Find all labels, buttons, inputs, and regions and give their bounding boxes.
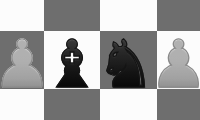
square-r1c0-dark: ♟ (0, 31, 44, 89)
black-knight[interactable]: ♞ (96, 32, 155, 98)
square-r1c3-light: ♟ (157, 31, 200, 89)
black-bishop[interactable]: ♝ (42, 32, 101, 98)
chessboard[interactable]: ♟♝♞♟ (0, 0, 200, 120)
square-r1c1-light: ♝ (44, 31, 100, 89)
chess-graphic: ♟♝♞♟ (0, 0, 200, 120)
white-pawn[interactable]: ♟ (149, 32, 200, 98)
